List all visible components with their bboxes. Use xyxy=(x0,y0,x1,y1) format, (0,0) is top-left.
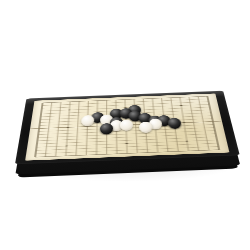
stone-white[interactable] xyxy=(139,122,153,133)
stones-layer xyxy=(35,96,219,157)
go-board xyxy=(15,91,240,165)
stone-black[interactable] xyxy=(167,117,182,128)
stone-black[interactable] xyxy=(100,123,113,135)
stone-white[interactable] xyxy=(119,119,132,130)
stone-white[interactable] xyxy=(81,115,94,126)
board-tilt-group xyxy=(17,16,235,234)
board-surface[interactable] xyxy=(25,93,229,160)
product-photo-scene xyxy=(0,0,250,250)
